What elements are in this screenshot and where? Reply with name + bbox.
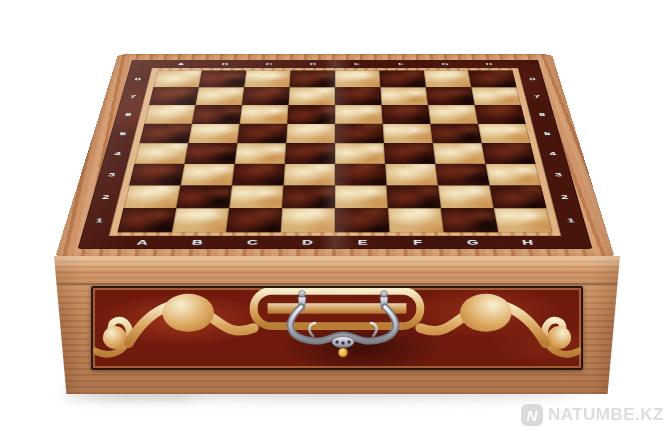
coord-label-f: F [390,238,446,246]
file-labels-bottom: ABCDEFGH [113,236,556,249]
square-d8 [290,70,335,87]
square-c6 [240,105,289,124]
square-d1 [281,208,335,232]
square-c1 [226,208,282,232]
square-c8 [244,70,290,87]
square-a5 [139,124,192,144]
square-f6 [382,105,431,124]
square-h7 [471,87,521,105]
square-g8 [424,70,472,87]
square-h4 [482,143,536,164]
square-f8 [379,70,425,87]
square-e3 [335,164,387,186]
coord-label-d: D [280,238,335,246]
square-e5 [335,124,384,144]
square-d6 [287,105,335,124]
square-g2 [438,185,494,208]
photo-scene: ABCDEFGH ABCDEFGH 87654321 87654321 [0,0,670,431]
coord-label-2: 2 [548,185,580,208]
coord-label-c: C [247,62,291,65]
coord-label-a: A [159,62,204,65]
square-f1 [388,208,444,232]
square-e4 [335,143,385,164]
square-h2 [490,185,547,208]
coord-label-5: 5 [108,124,137,144]
square-b6 [192,105,242,124]
board-top: ABCDEFGH ABCDEFGH 87654321 87654321 [55,54,615,258]
coord-label-6: 6 [528,105,557,124]
coord-label-e: E [335,62,379,65]
square-g5 [430,124,481,144]
coord-label-4: 4 [538,143,568,164]
coord-label-g: G [423,62,468,65]
square-h3 [485,164,541,186]
square-g1 [441,208,498,232]
square-b2 [176,185,232,208]
coord-label-f: F [379,62,423,65]
coord-label-7: 7 [119,87,147,105]
square-f3 [385,164,438,186]
square-h1 [494,208,553,232]
coord-label-g: G [445,238,501,246]
square-h6 [475,105,526,124]
square-c3 [232,164,285,186]
square-e2 [335,185,388,208]
square-d4 [285,143,335,164]
coord-label-e: E [335,238,390,246]
coord-label-d: D [291,62,335,65]
coord-label-a: A [114,238,171,246]
coord-label-3: 3 [543,164,574,186]
coord-label-h: H [499,238,556,246]
square-b5 [188,124,239,144]
square-d7 [288,87,335,105]
coord-label-1: 1 [554,208,587,232]
square-f5 [383,124,433,144]
coord-label-5: 5 [533,124,562,144]
coord-label-8: 8 [519,70,546,87]
coord-label-b: B [169,238,225,246]
square-a7 [149,87,199,105]
coord-label-8: 8 [124,70,151,87]
coord-label-6: 6 [114,105,143,124]
handle-amber-bead [338,348,347,357]
square-b1 [172,208,229,232]
square-b3 [180,164,234,186]
box-front [54,256,620,394]
square-c2 [229,185,283,208]
coord-label-4: 4 [102,143,132,164]
square-a1 [117,208,176,232]
square-g7 [426,87,475,105]
watermark-text: NATUMBE.KZ [548,405,664,425]
square-g4 [433,143,486,164]
square-a8 [153,70,202,87]
file-labels-top: ABCDEFGH [158,60,512,68]
board-grid [117,70,552,232]
square-d2 [282,185,335,208]
square-e1 [335,208,389,232]
square-b7 [195,87,244,105]
square-h8 [468,70,517,87]
square-a2 [123,185,180,208]
watermark: N NATUMBE.KZ [521,404,664,426]
coord-label-b: B [203,62,248,65]
square-h5 [478,124,531,144]
square-e7 [335,87,382,105]
square-f4 [384,143,435,164]
square-g3 [435,164,489,186]
square-d5 [286,124,335,144]
square-c7 [242,87,290,105]
square-c5 [237,124,287,144]
drawer-front [91,286,583,370]
square-a3 [129,164,185,186]
square-f2 [387,185,441,208]
square-g6 [428,105,478,124]
watermark-logo-letter: N [526,407,537,424]
square-a4 [134,143,188,164]
square-a6 [144,105,195,124]
coord-label-h: H [467,62,512,65]
square-b4 [185,143,238,164]
square-e8 [335,70,380,87]
lid-front-edge [54,256,620,285]
coord-label-c: C [224,238,280,246]
watermark-logo-icon: N [521,404,543,426]
square-b8 [199,70,247,87]
square-e6 [335,105,383,124]
square-d3 [283,164,335,186]
square-f7 [380,87,428,105]
drawer-handle [263,290,423,358]
square-c4 [235,143,286,164]
coord-label-7: 7 [523,87,551,105]
